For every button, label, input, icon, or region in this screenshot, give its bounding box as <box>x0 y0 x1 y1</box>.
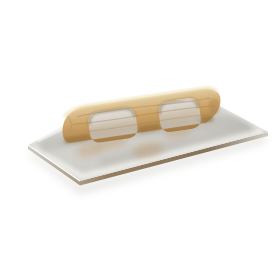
product-photo: Product photo on a plain white backgroun… <box>0 0 280 280</box>
trowel-illustration <box>0 0 280 280</box>
sticker-logo <box>35 128 42 135</box>
